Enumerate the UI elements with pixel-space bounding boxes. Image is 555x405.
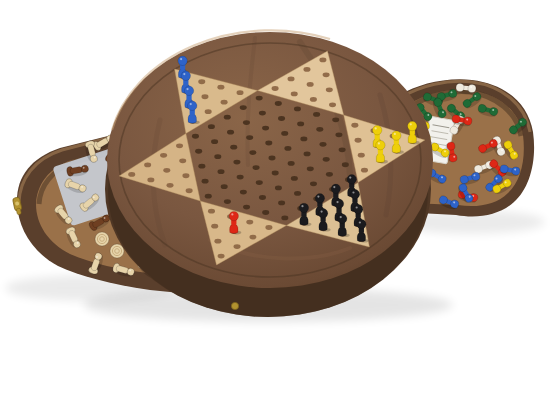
board-hole — [246, 135, 253, 140]
board-hole — [221, 184, 228, 189]
board-hole — [319, 57, 326, 62]
peg-head — [376, 140, 385, 149]
board-hole — [198, 164, 205, 169]
board-hole — [147, 177, 154, 182]
peg-base — [230, 225, 239, 234]
board-hole — [278, 116, 285, 121]
board-hole — [262, 126, 269, 131]
board-hole — [211, 139, 218, 144]
board-hole — [237, 175, 244, 180]
peg-highlight — [378, 142, 380, 144]
peg-head — [331, 184, 340, 193]
peg-highlight — [340, 216, 342, 218]
board-hole — [208, 209, 215, 214]
board-hole — [192, 134, 199, 139]
peg-head — [338, 214, 347, 223]
board-hole — [319, 142, 326, 147]
peg-highlight — [356, 206, 358, 208]
board-hole — [342, 162, 349, 167]
board-hole — [195, 149, 202, 154]
board-hole — [291, 176, 298, 181]
board-hole — [217, 85, 224, 90]
board-hole — [128, 172, 135, 177]
board-hole — [355, 138, 362, 143]
board-hole — [186, 188, 193, 193]
board-hole — [256, 180, 263, 185]
board-hole — [326, 172, 333, 177]
peg-head — [299, 203, 308, 212]
board-hole — [272, 86, 279, 91]
board-hole — [361, 168, 368, 173]
board-hole — [218, 169, 225, 174]
peg-highlight — [394, 133, 396, 135]
peg-highlight — [359, 221, 361, 223]
peg-head — [347, 175, 356, 184]
board-hole — [304, 151, 311, 156]
board-hole — [182, 173, 189, 178]
board-hole — [144, 162, 151, 167]
board-hole — [198, 79, 205, 84]
board-hole — [218, 254, 225, 259]
board-hole — [297, 122, 304, 127]
board-hole — [243, 205, 250, 210]
scene-art — [0, 0, 555, 405]
peg-base — [408, 135, 417, 144]
board-hole — [310, 97, 317, 102]
board-hole — [243, 120, 250, 125]
peg-base — [376, 154, 385, 163]
board-hole — [167, 183, 174, 188]
board-hole — [339, 147, 346, 152]
board-hole — [351, 123, 358, 128]
board-hole — [323, 72, 330, 77]
board-hole — [262, 210, 269, 215]
board-hole — [358, 153, 365, 158]
board-hole — [202, 179, 209, 184]
peg-highlight — [375, 127, 377, 129]
board-hole — [259, 111, 266, 116]
peg-highlight — [180, 58, 182, 60]
peg-base — [392, 144, 401, 153]
board-hole — [310, 181, 317, 186]
board-hole — [259, 195, 266, 200]
board-hole — [272, 171, 279, 176]
peg-base — [188, 114, 197, 123]
board-hole — [265, 225, 272, 230]
board-hole — [335, 132, 342, 137]
peg-head — [181, 71, 190, 80]
peg-highlight — [190, 103, 192, 105]
board-hole — [307, 166, 314, 171]
peg-head — [373, 125, 382, 134]
board-hole — [233, 160, 240, 165]
board-hole — [313, 112, 320, 117]
board-hole — [176, 143, 183, 148]
peg-highlight — [301, 205, 303, 207]
peg-highlight — [349, 176, 351, 178]
peg-highlight — [183, 73, 185, 75]
brass-inlay-dot — [231, 302, 238, 309]
board-hole — [275, 186, 282, 191]
board-hole — [224, 115, 231, 120]
board-hole — [284, 146, 291, 151]
peg-head — [408, 121, 417, 130]
peg-highlight — [321, 211, 323, 213]
peg-head — [178, 56, 187, 65]
board-hole — [253, 165, 260, 170]
peg-highlight — [333, 186, 335, 188]
board-hole — [205, 194, 212, 199]
board-hole — [303, 67, 310, 72]
board-hole — [278, 201, 285, 206]
board-hole — [214, 239, 221, 244]
game-board — [105, 30, 433, 317]
checker-disc — [110, 244, 124, 258]
chinese-checkers-product-photo — [0, 0, 555, 405]
peg-head — [350, 190, 359, 199]
board-hole — [294, 191, 301, 196]
board-hole — [332, 117, 339, 122]
board-hole — [208, 124, 215, 129]
board-hole — [281, 131, 288, 136]
board-hole — [240, 190, 247, 195]
board-hole — [269, 156, 276, 161]
peg-base — [319, 222, 328, 231]
peg-base — [357, 233, 366, 242]
board-hole — [288, 161, 295, 166]
board-hole — [265, 141, 272, 146]
board-hole — [201, 94, 208, 99]
peg-head — [334, 199, 343, 208]
peg-head — [392, 131, 401, 140]
board-hole — [179, 158, 186, 163]
peg-head — [184, 86, 193, 95]
board-hole — [275, 101, 282, 106]
board-hole — [329, 102, 336, 107]
peg-head — [229, 211, 238, 220]
board-hole — [294, 107, 301, 112]
board-hole — [227, 130, 234, 135]
peg-head — [188, 101, 197, 110]
board-hole — [237, 90, 244, 95]
board-hole — [326, 87, 333, 92]
board-hole — [163, 168, 170, 173]
peg-highlight — [410, 123, 412, 125]
board-hole — [234, 244, 241, 249]
peg-head — [318, 209, 327, 218]
board-hole — [240, 105, 247, 110]
board-hole — [291, 92, 298, 97]
peg-highlight — [317, 196, 319, 198]
peg-head — [357, 219, 366, 228]
board-hole — [160, 153, 167, 158]
checker-disc — [95, 232, 109, 246]
board-hole — [211, 224, 218, 229]
peg-highlight — [231, 213, 233, 215]
board-hole — [300, 137, 307, 142]
board-hole — [323, 157, 330, 162]
board-hole — [307, 82, 314, 87]
board-hole — [249, 150, 256, 155]
peg-base — [338, 227, 347, 236]
board-hole — [221, 100, 228, 105]
board-hole — [224, 199, 231, 204]
peg-head — [353, 204, 362, 213]
board-hole — [249, 235, 256, 240]
board-hole — [214, 154, 221, 159]
board-hole — [246, 220, 253, 225]
board-hole — [316, 127, 323, 132]
peg-base — [300, 216, 309, 225]
board-hole — [256, 96, 263, 101]
board-hole — [230, 145, 237, 150]
board-hole — [205, 109, 212, 114]
peg-head — [315, 194, 324, 203]
peg-highlight — [186, 88, 188, 90]
peg-highlight — [352, 191, 354, 193]
board-hole — [288, 77, 295, 82]
board-hole — [281, 216, 288, 221]
peg-highlight — [336, 201, 338, 203]
